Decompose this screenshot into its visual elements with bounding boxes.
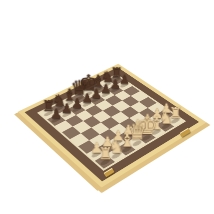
piece-glyph: ♟	[45, 107, 67, 120]
piece-glyph: ♜	[94, 146, 118, 163]
chess-set-photo: ♜♞♝♛♚♝♞♜♟♟♟♟♟♟♟♟♟♟♟♟♟♟♟♟♜♞♝♛♚♝♞♜	[0, 0, 214, 214]
